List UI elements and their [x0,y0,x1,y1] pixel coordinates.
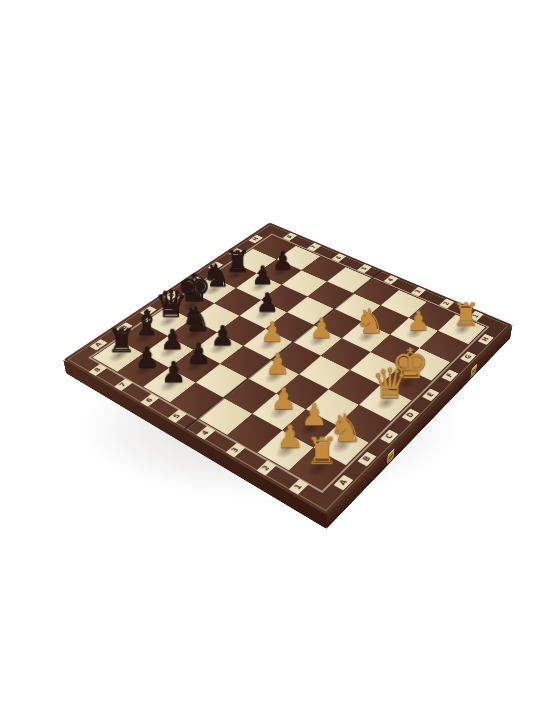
rank-label-left-3: 3 [225,443,245,458]
clasp-keeper [472,368,476,374]
rank-label-left-4: 4 [195,426,215,440]
file-label-bottom-H: H [478,334,494,345]
file-label-bottom-E: E [422,388,440,401]
white-rook-glyph: ♜ [296,433,347,470]
rank-label-left-5: 5 [167,409,186,423]
black-pawn-glyph: ♟ [150,358,197,387]
white-queen-glyph: ♛ [365,363,413,404]
white-pawn-glyph: ♟ [299,315,343,342]
file-label-bottom-G: G [460,351,477,363]
file-label-bottom-F: F [442,369,459,381]
rank-label-left-1: 1 [288,479,308,495]
rank-label-right-4: 4 [383,275,398,285]
file-label-bottom-A: A [334,475,354,491]
white-rook-glyph: ♜ [444,299,487,331]
white-pawn-glyph: ♟ [396,307,440,334]
file-label-bottom-D: D [402,408,420,422]
white-pawn-glyph: ♟ [254,350,300,378]
white-pawn-glyph: ♟ [249,318,293,345]
clasp-keeper [388,453,393,460]
black-pawn-glyph: ♟ [241,263,282,288]
black-pawn-glyph: ♟ [245,289,287,315]
file-label-bottom-C: C [380,429,399,443]
file-label-bottom-B: B [357,451,376,466]
white-knight-glyph: ♞ [348,304,392,338]
product-photo-scene: 88AA77BB66CC55DD44EE33FF22GG11HH♜♝♛♚♞♜♞♟… [0,0,540,720]
